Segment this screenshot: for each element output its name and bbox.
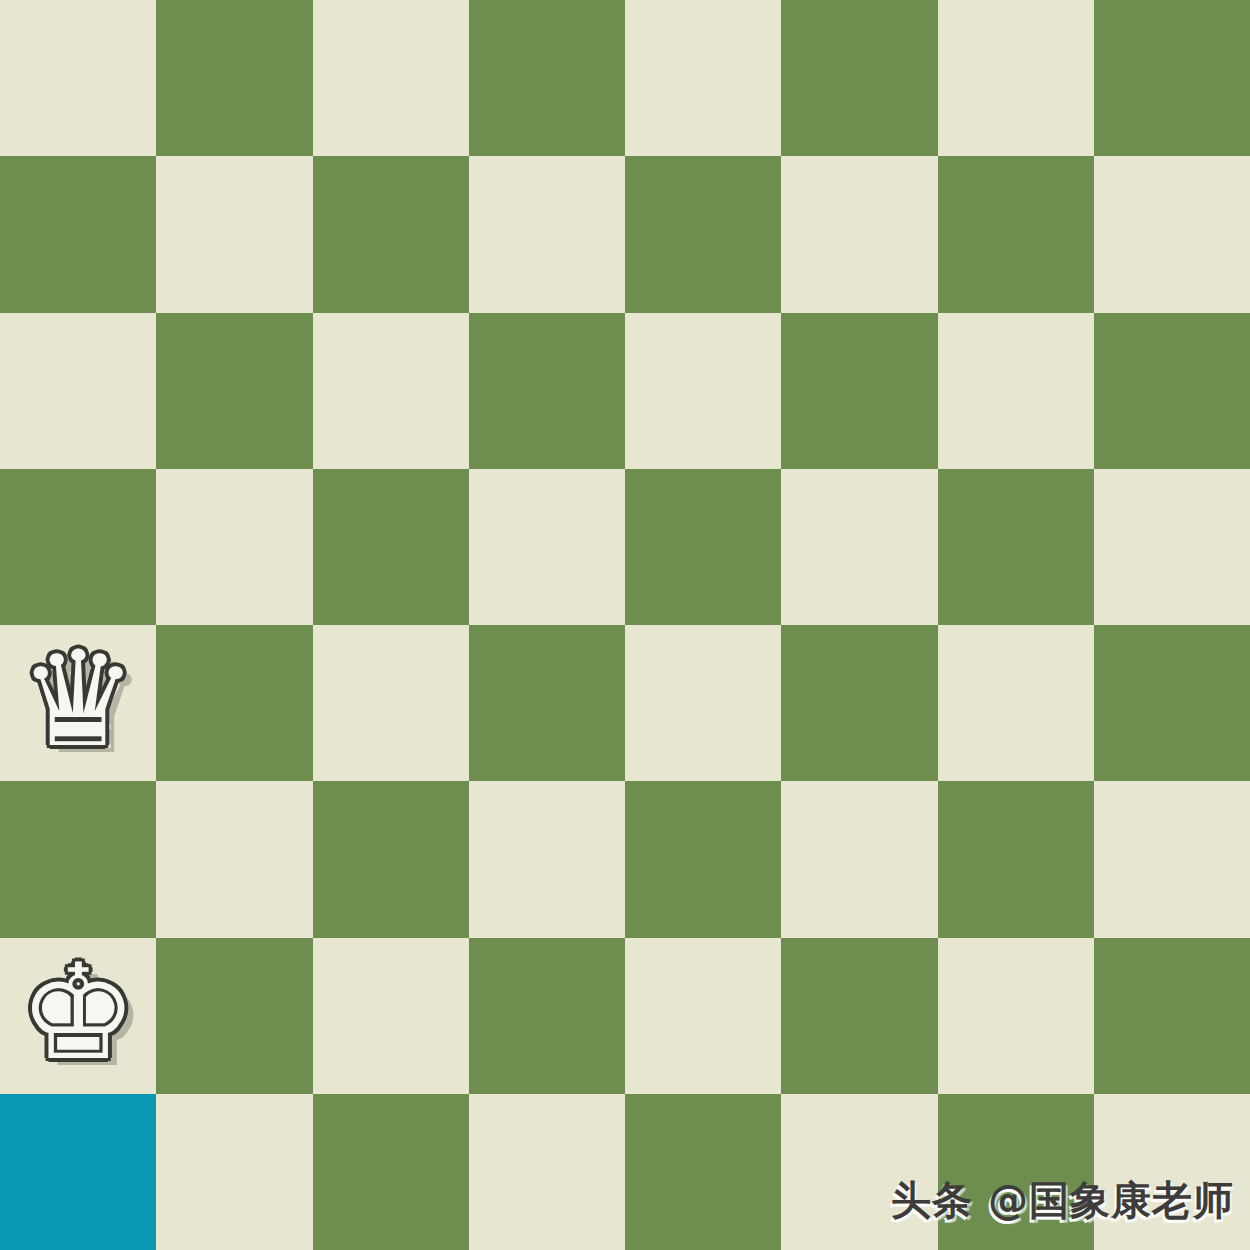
square-h2[interactable] — [1094, 938, 1250, 1094]
square-c2[interactable] — [313, 938, 469, 1094]
square-a2[interactable]: ♚ — [0, 938, 156, 1094]
square-e5[interactable] — [625, 469, 781, 625]
square-d8[interactable] — [469, 0, 625, 156]
square-d6[interactable] — [469, 313, 625, 469]
square-h4[interactable] — [1094, 625, 1250, 781]
square-f4[interactable] — [781, 625, 937, 781]
square-f1[interactable] — [781, 1094, 937, 1250]
square-e8[interactable] — [625, 0, 781, 156]
square-b7[interactable] — [156, 156, 312, 312]
square-g6[interactable] — [938, 313, 1094, 469]
square-d3[interactable] — [469, 781, 625, 937]
square-e1[interactable] — [625, 1094, 781, 1250]
square-g1[interactable] — [938, 1094, 1094, 1250]
square-g5[interactable] — [938, 469, 1094, 625]
square-f2[interactable] — [781, 938, 937, 1094]
square-b5[interactable] — [156, 469, 312, 625]
square-f5[interactable] — [781, 469, 937, 625]
chess-app-stage: ♛♚ 头条 @国象康老师 — [0, 0, 1250, 1250]
square-h7[interactable] — [1094, 156, 1250, 312]
square-d4[interactable] — [469, 625, 625, 781]
square-c3[interactable] — [313, 781, 469, 937]
square-c6[interactable] — [313, 313, 469, 469]
square-d7[interactable] — [469, 156, 625, 312]
square-b2[interactable] — [156, 938, 312, 1094]
square-a3[interactable] — [0, 781, 156, 937]
chess-board: ♛♚ — [0, 0, 1250, 1250]
square-d1[interactable] — [469, 1094, 625, 1250]
square-g8[interactable] — [938, 0, 1094, 156]
square-f8[interactable] — [781, 0, 937, 156]
square-g7[interactable] — [938, 156, 1094, 312]
square-a8[interactable] — [0, 0, 156, 156]
square-h6[interactable] — [1094, 313, 1250, 469]
square-a7[interactable] — [0, 156, 156, 312]
square-c4[interactable] — [313, 625, 469, 781]
square-f6[interactable] — [781, 313, 937, 469]
square-b4[interactable] — [156, 625, 312, 781]
square-e4[interactable] — [625, 625, 781, 781]
square-c5[interactable] — [313, 469, 469, 625]
square-b3[interactable] — [156, 781, 312, 937]
square-e6[interactable] — [625, 313, 781, 469]
square-h1[interactable] — [1094, 1094, 1250, 1250]
square-f7[interactable] — [781, 156, 937, 312]
square-g4[interactable] — [938, 625, 1094, 781]
square-c7[interactable] — [313, 156, 469, 312]
square-a6[interactable] — [0, 313, 156, 469]
square-b8[interactable] — [156, 0, 312, 156]
square-g3[interactable] — [938, 781, 1094, 937]
square-e2[interactable] — [625, 938, 781, 1094]
square-d2[interactable] — [469, 938, 625, 1094]
square-a1[interactable] — [0, 1094, 156, 1250]
square-d5[interactable] — [469, 469, 625, 625]
square-h5[interactable] — [1094, 469, 1250, 625]
square-h3[interactable] — [1094, 781, 1250, 937]
square-g2[interactable] — [938, 938, 1094, 1094]
square-c1[interactable] — [313, 1094, 469, 1250]
square-e3[interactable] — [625, 781, 781, 937]
square-e7[interactable] — [625, 156, 781, 312]
white-queen[interactable]: ♛ — [19, 633, 137, 765]
square-b6[interactable] — [156, 313, 312, 469]
white-king[interactable]: ♚ — [19, 946, 137, 1078]
square-c8[interactable] — [313, 0, 469, 156]
square-a4[interactable]: ♛ — [0, 625, 156, 781]
square-b1[interactable] — [156, 1094, 312, 1250]
square-f3[interactable] — [781, 781, 937, 937]
square-a5[interactable] — [0, 469, 156, 625]
square-h8[interactable] — [1094, 0, 1250, 156]
